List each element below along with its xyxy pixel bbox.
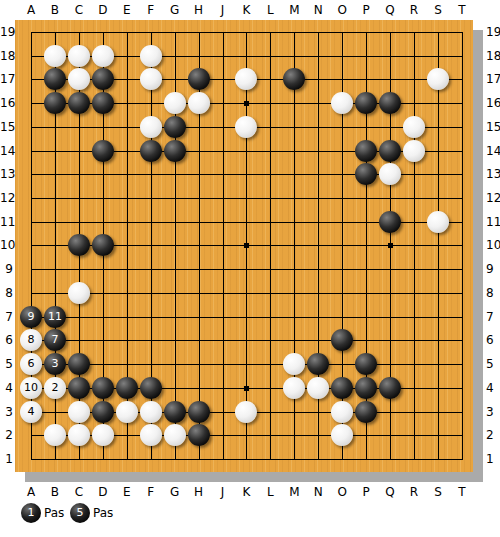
stone-white-K15	[235, 116, 257, 138]
column-label-top-L: L	[258, 3, 282, 17]
column-label-top-B: B	[43, 3, 67, 17]
column-label-bottom-K: K	[234, 485, 258, 499]
grid-line-vertical	[438, 32, 439, 460]
column-label-bottom-E: E	[115, 485, 139, 499]
row-label-right-12: 12	[486, 191, 500, 205]
stone-black-P4	[355, 377, 377, 399]
stone-black-O4	[331, 377, 353, 399]
grid-line-vertical	[462, 32, 463, 460]
row-label-left-18: 18	[0, 49, 13, 63]
stone-black-D4	[92, 377, 114, 399]
stone-black-P3	[355, 401, 377, 423]
stone-white-E3	[116, 401, 138, 423]
column-label-bottom-F: F	[139, 485, 163, 499]
pass-move-5-stone: 5	[70, 503, 90, 523]
stone-black-O6	[331, 329, 353, 351]
column-label-top-P: P	[354, 3, 378, 17]
row-label-right-7: 7	[486, 310, 500, 324]
row-label-left-2: 2	[0, 428, 13, 442]
stone-white-A3: 4	[20, 401, 42, 423]
stone-white-C3	[68, 401, 90, 423]
stone-black-D16	[92, 92, 114, 114]
column-label-bottom-M: M	[282, 485, 306, 499]
stone-white-D18	[92, 45, 114, 67]
column-label-top-Q: Q	[378, 3, 402, 17]
row-label-left-6: 6	[0, 333, 13, 347]
stone-white-M4	[283, 377, 305, 399]
row-label-right-17: 17	[486, 72, 500, 86]
row-label-right-13: 13	[486, 167, 500, 181]
row-label-right-3: 3	[486, 405, 500, 419]
stone-black-P5	[355, 353, 377, 375]
stone-white-A4: 10	[20, 377, 42, 399]
stone-black-D3	[92, 401, 114, 423]
stone-white-F18	[140, 45, 162, 67]
column-label-bottom-D: D	[91, 485, 115, 499]
stone-black-G14	[164, 140, 186, 162]
column-label-bottom-S: S	[426, 485, 450, 499]
stone-black-P14	[355, 140, 377, 162]
row-label-left-16: 16	[0, 96, 13, 110]
row-label-right-4: 4	[486, 381, 500, 395]
column-label-top-T: T	[450, 3, 474, 17]
column-label-bottom-C: C	[67, 485, 91, 499]
stone-black-E4	[116, 377, 138, 399]
column-label-bottom-R: R	[402, 485, 426, 499]
stone-white-O3	[331, 401, 353, 423]
row-label-left-5: 5	[0, 357, 13, 371]
stone-white-B2	[44, 424, 66, 446]
column-label-top-J: J	[211, 3, 235, 17]
stone-white-G16	[164, 92, 186, 114]
column-label-top-K: K	[234, 3, 258, 17]
grid-line-horizontal	[31, 317, 463, 318]
stone-white-F2	[140, 424, 162, 446]
stone-black-H3	[188, 401, 210, 423]
stone-white-F17	[140, 68, 162, 90]
column-label-top-R: R	[402, 3, 426, 17]
column-label-top-S: S	[426, 3, 450, 17]
column-label-bottom-T: T	[450, 485, 474, 499]
stone-black-B6: 7	[44, 329, 66, 351]
row-label-right-5: 5	[486, 357, 500, 371]
stone-black-F14	[140, 140, 162, 162]
column-label-bottom-O: O	[330, 485, 354, 499]
row-label-left-14: 14	[0, 144, 13, 158]
row-label-right-6: 6	[486, 333, 500, 347]
row-label-left-17: 17	[0, 72, 13, 86]
row-label-left-15: 15	[0, 120, 13, 134]
stone-black-H17	[188, 68, 210, 90]
stone-black-C10	[68, 234, 90, 256]
column-label-bottom-G: G	[163, 485, 187, 499]
row-label-left-1: 1	[0, 452, 13, 466]
stone-black-Q11	[379, 211, 401, 233]
stone-black-B5: 3	[44, 353, 66, 375]
stone-white-H16	[188, 92, 210, 114]
stone-black-G15	[164, 116, 186, 138]
stone-white-C8	[68, 282, 90, 304]
stone-black-Q14	[379, 140, 401, 162]
stone-black-C4	[68, 377, 90, 399]
stone-white-O2	[331, 424, 353, 446]
stone-black-D10	[92, 234, 114, 256]
stone-black-B17	[44, 68, 66, 90]
row-label-left-10: 10	[0, 238, 13, 252]
row-label-right-15: 15	[486, 120, 500, 134]
stone-white-Q13	[379, 163, 401, 185]
column-label-bottom-B: B	[43, 485, 67, 499]
stone-black-H2	[188, 424, 210, 446]
stone-black-Q4	[379, 377, 401, 399]
stone-white-O16	[331, 92, 353, 114]
column-label-top-D: D	[91, 3, 115, 17]
star-point	[244, 101, 249, 106]
column-label-top-G: G	[163, 3, 187, 17]
star-point	[244, 386, 249, 391]
grid-line-horizontal	[31, 340, 463, 341]
row-label-left-19: 19	[0, 25, 13, 39]
column-label-top-A: A	[19, 3, 43, 17]
stone-black-C16	[68, 92, 90, 114]
stone-white-K3	[235, 401, 257, 423]
stone-black-B7: 11	[44, 306, 66, 328]
stone-black-G3	[164, 401, 186, 423]
stone-white-A5: 6	[20, 353, 42, 375]
row-label-left-12: 12	[0, 191, 13, 205]
stone-white-A6: 8	[20, 329, 42, 351]
grid-line-horizontal	[31, 459, 463, 460]
row-label-right-14: 14	[486, 144, 500, 158]
stone-white-S11	[427, 211, 449, 233]
stone-white-S17	[427, 68, 449, 90]
stone-white-B4: 2	[44, 377, 66, 399]
grid-line-vertical	[414, 32, 415, 460]
column-label-top-M: M	[282, 3, 306, 17]
row-label-right-9: 9	[486, 262, 500, 276]
star-point	[244, 243, 249, 248]
stone-black-A7: 9	[20, 306, 42, 328]
stone-black-C5	[68, 353, 90, 375]
stone-black-D17	[92, 68, 114, 90]
stone-black-F4	[140, 377, 162, 399]
row-label-left-11: 11	[0, 215, 13, 229]
row-label-left-13: 13	[0, 167, 13, 181]
stone-black-P16	[355, 92, 377, 114]
stone-white-K17	[235, 68, 257, 90]
row-label-left-4: 4	[0, 381, 13, 395]
stone-white-N4	[307, 377, 329, 399]
stone-white-F3	[140, 401, 162, 423]
grid-line-horizontal	[31, 364, 463, 365]
stone-black-M17	[283, 68, 305, 90]
column-label-top-C: C	[67, 3, 91, 17]
column-label-top-E: E	[115, 3, 139, 17]
column-label-top-O: O	[330, 3, 354, 17]
row-label-right-18: 18	[486, 49, 500, 63]
row-label-right-2: 2	[486, 428, 500, 442]
stone-white-M5	[283, 353, 305, 375]
column-label-bottom-A: A	[19, 485, 43, 499]
grid-line-horizontal	[31, 269, 463, 270]
column-label-bottom-N: N	[306, 485, 330, 499]
row-label-right-1: 1	[486, 452, 500, 466]
grid-line-horizontal	[31, 293, 463, 294]
column-label-bottom-H: H	[187, 485, 211, 499]
row-label-right-8: 8	[486, 286, 500, 300]
stone-white-C2	[68, 424, 90, 446]
go-board[interactable]: 91187631024	[15, 20, 473, 472]
pass-move-5-text: Pas	[93, 506, 113, 521]
row-label-left-8: 8	[0, 286, 13, 300]
stone-white-F15	[140, 116, 162, 138]
stone-white-G2	[164, 424, 186, 446]
column-label-top-F: F	[139, 3, 163, 17]
stone-black-Q16	[379, 92, 401, 114]
grid-line-vertical	[270, 32, 271, 460]
stone-white-D2	[92, 424, 114, 446]
row-label-right-19: 19	[486, 25, 500, 39]
column-label-top-N: N	[306, 3, 330, 17]
row-label-right-16: 16	[486, 96, 500, 110]
star-point	[388, 243, 393, 248]
column-label-bottom-L: L	[258, 485, 282, 499]
row-label-left-7: 7	[0, 310, 13, 324]
stone-white-B18	[44, 45, 66, 67]
stone-white-C17	[68, 68, 90, 90]
pass-move-1-stone: 1	[21, 503, 41, 523]
column-label-bottom-Q: Q	[378, 485, 402, 499]
column-label-top-H: H	[187, 3, 211, 17]
row-label-right-11: 11	[486, 215, 500, 229]
stone-white-R15	[403, 116, 425, 138]
column-label-bottom-J: J	[211, 485, 235, 499]
row-label-right-10: 10	[486, 238, 500, 252]
stone-black-P13	[355, 163, 377, 185]
go-app-window: 91187631024 1 Pas 5 Pas AABBCCDDEEFFGGHH…	[0, 0, 500, 537]
column-label-bottom-P: P	[354, 485, 378, 499]
stone-black-D14	[92, 140, 114, 162]
stone-black-B16	[44, 92, 66, 114]
pass-move-1-text: Pas	[44, 506, 64, 521]
row-label-left-3: 3	[0, 405, 13, 419]
stone-black-N5	[307, 353, 329, 375]
row-label-left-9: 9	[0, 262, 13, 276]
stone-white-R14	[403, 140, 425, 162]
stone-white-C18	[68, 45, 90, 67]
